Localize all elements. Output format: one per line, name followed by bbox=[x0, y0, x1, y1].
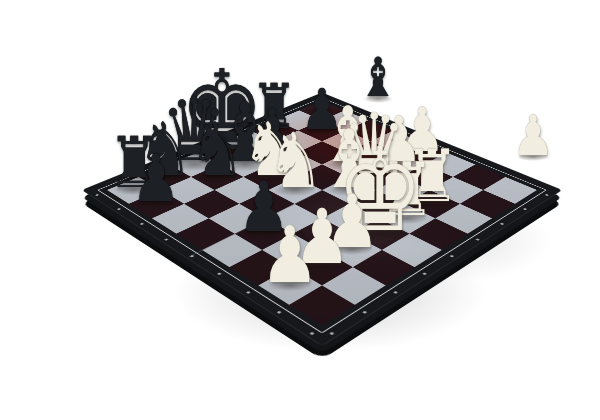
piece-black-pawn: ♟ bbox=[132, 146, 181, 212]
piece-white-pawn: ♟ bbox=[261, 217, 320, 295]
product-photo-scene: ♜♞♛♚♜♟♞♝♟♟♟♞♞♝♝♛♟♟♜♜♚♟♟♟♝♟ bbox=[0, 0, 600, 420]
piece-black-knight: ♞ bbox=[189, 112, 245, 186]
captured-piece-white-pawn: ♟ bbox=[512, 108, 554, 164]
pieces-layer: ♜♞♛♚♜♟♞♝♟♟♟♞♞♝♝♛♟♟♜♜♚♟♟♟♝♟ bbox=[0, 0, 600, 420]
